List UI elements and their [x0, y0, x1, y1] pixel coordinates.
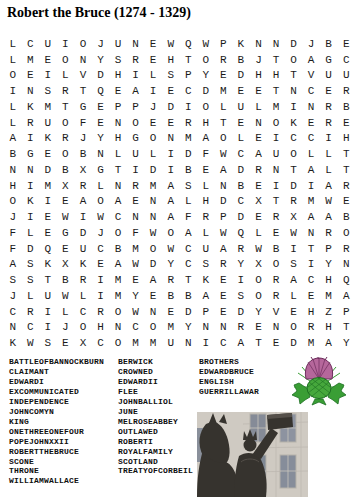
grid-cell: U [162, 335, 180, 351]
grid-cell: L [57, 68, 75, 84]
grid-cell: I [302, 257, 320, 273]
grid-cell: A [162, 194, 180, 210]
word-list-item: BATTLEOFBANNOCKBURN [9, 357, 104, 367]
grid-cell: R [337, 178, 354, 194]
grid-cell: N [4, 320, 22, 336]
grid-cell: A [232, 335, 250, 351]
grid-cell: E [57, 241, 75, 257]
grid-cell: P [320, 241, 338, 257]
grid-cell: E [57, 194, 75, 210]
grid-cell: F [179, 209, 197, 225]
grid-cell: V [74, 68, 92, 84]
grid-cell: Q [232, 225, 250, 241]
grid-cell: E [215, 304, 233, 320]
grid-cell: H [320, 320, 338, 336]
grid-cell: D [232, 162, 250, 178]
grid-cell: C [232, 194, 250, 210]
grid-cell: I [267, 131, 285, 147]
grid-cell: L [92, 178, 110, 194]
grid-cell: Y [162, 257, 180, 273]
grid-cell: N [215, 178, 233, 194]
grid-cell: O [144, 131, 162, 147]
grid-cell: E [197, 162, 215, 178]
grid-cell: B [179, 162, 197, 178]
grid-cell: M [109, 272, 127, 288]
grid-cell: N [267, 162, 285, 178]
grid-cell: N [22, 83, 40, 99]
grid-cell: W [250, 241, 268, 257]
grid-cell: S [39, 83, 57, 99]
grid-cell: R [320, 225, 338, 241]
grid-cell: I [179, 99, 197, 115]
grid-cell: T [109, 162, 127, 178]
grid-cell: T [57, 99, 75, 115]
grid-cell: H [250, 68, 268, 84]
grid-cell: D [92, 68, 110, 84]
grid-cell: L [4, 99, 22, 115]
grid-cell: U [39, 288, 57, 304]
grid-cell: W [215, 146, 233, 162]
word-list-item: ONETHREEONEFOUR [9, 427, 104, 437]
grid-cell: U [337, 68, 354, 84]
word-list-item: INDEPENDENCE [9, 397, 104, 407]
grid-cell: B [337, 99, 354, 115]
grid-cell: O [144, 320, 162, 336]
word-list-item: EDWARDBRUCE [199, 367, 259, 377]
grid-cell: T [337, 320, 354, 336]
grid-cell: A [74, 194, 92, 210]
grid-cell: A [215, 241, 233, 257]
grid-cell: F [197, 146, 215, 162]
grid-cell: L [302, 146, 320, 162]
grid-cell: L [232, 131, 250, 147]
grid-cell: W [197, 36, 215, 52]
grid-cell: D [197, 83, 215, 99]
grid-cell: K [39, 257, 57, 273]
grid-cell: B [109, 241, 127, 257]
grid-cell: N [267, 320, 285, 336]
grid-cell: Y [337, 335, 354, 351]
grid-cell: D [39, 162, 57, 178]
grid-cell: T [285, 162, 303, 178]
grid-cell: C [179, 257, 197, 273]
grid-cell: J [4, 209, 22, 225]
grid-cell: U [109, 36, 127, 52]
grid-cell: E [127, 194, 145, 210]
grid-cell: E [39, 146, 57, 162]
grid-cell: W [162, 36, 180, 52]
grid-cell: L [197, 178, 215, 194]
grid-cell: A [162, 178, 180, 194]
grid-cell: C [215, 335, 233, 351]
grid-cell: A [337, 288, 354, 304]
grid-cell: E [162, 83, 180, 99]
grid-cell: L [57, 304, 75, 320]
grid-cell: R [74, 272, 92, 288]
grid-cell: L [250, 225, 268, 241]
grid-cell: D [162, 99, 180, 115]
grid-cell: N [215, 320, 233, 336]
thistle-icon [292, 357, 346, 407]
grid-cell: C [337, 52, 354, 68]
grid-cell: K [285, 115, 303, 131]
thistle-bulb [307, 378, 331, 399]
grid-cell: H [162, 52, 180, 68]
grid-cell: K [197, 272, 215, 288]
grid-cell: I [57, 36, 75, 52]
grid-cell: O [285, 146, 303, 162]
grid-cell: O [250, 272, 268, 288]
grid-cell: L [22, 288, 40, 304]
grid-cell: A [162, 209, 180, 225]
grid-cell: N [267, 36, 285, 52]
grid-cell: E [302, 115, 320, 131]
grid-cell: I [285, 241, 303, 257]
grid-cell: E [285, 304, 303, 320]
grid-cell: F [127, 225, 145, 241]
grid-cell: Y [320, 257, 338, 273]
grid-cell: N [144, 209, 162, 225]
grid-cell: U [320, 68, 338, 84]
grid-cell: R [337, 83, 354, 99]
grid-cell: T [267, 83, 285, 99]
grid-cell: W [144, 225, 162, 241]
grid-cell: C [127, 320, 145, 336]
word-list-item: JUNE [118, 407, 193, 417]
grid-cell: G [92, 162, 110, 178]
grid-cell: C [109, 209, 127, 225]
grid-cell: C [92, 241, 110, 257]
grid-cell: R [127, 178, 145, 194]
grid-cell: Y [250, 304, 268, 320]
grid-cell: B [57, 162, 75, 178]
grid-cell: G [74, 99, 92, 115]
grid-cell: E [109, 83, 127, 99]
grid-cell: W [127, 304, 145, 320]
grid-cell: W [92, 209, 110, 225]
grid-cell: S [109, 52, 127, 68]
grid-cell: N [302, 99, 320, 115]
grid-cell: N [302, 225, 320, 241]
grid-cell: D [179, 146, 197, 162]
grid-cell: P [109, 99, 127, 115]
grid-cell: O [109, 225, 127, 241]
statue-photo [197, 412, 308, 497]
grid-cell: D [232, 68, 250, 84]
grid-cell: C [179, 241, 197, 257]
grid-cell: X [285, 209, 303, 225]
grid-cell: T [337, 162, 354, 178]
grid-cell: N [144, 194, 162, 210]
grid-cell: J [250, 52, 268, 68]
grid-cell: L [109, 146, 127, 162]
grid-cell: D [285, 178, 303, 194]
grid-cell: B [74, 146, 92, 162]
grid-cell: C [74, 304, 92, 320]
grid-cell: V [302, 68, 320, 84]
grid-cell: E [39, 209, 57, 225]
grid-cell: N [22, 162, 40, 178]
word-list-item: EDWARDI [9, 377, 104, 387]
grid-cell: Y [92, 52, 110, 68]
grid-cell: E [57, 335, 75, 351]
grid-cell: N [250, 36, 268, 52]
grid-cell: R [92, 304, 110, 320]
grid-cell: E [39, 52, 57, 68]
grid-cell: O [4, 68, 22, 84]
grid-cell: M [22, 52, 40, 68]
grid-cell: E [127, 272, 145, 288]
grid-cell: M [127, 241, 145, 257]
grid-cell: G [57, 225, 75, 241]
grid-cell: E [267, 335, 285, 351]
grid-cell: E [144, 115, 162, 131]
grid-cell: Y [197, 68, 215, 84]
thistle-flower [305, 357, 332, 379]
grid-cell: M [267, 99, 285, 115]
grid-cell: O [4, 194, 22, 210]
word-search-grid: LCUIOJUNEWQWPKNNDJBELMEONYSREHTORBJTOAGC… [4, 36, 354, 351]
grid-cell: B [232, 52, 250, 68]
grid-cell: O [267, 115, 285, 131]
grid-cell: J [74, 131, 92, 147]
grid-cell: N [144, 304, 162, 320]
grid-cell: C [4, 304, 22, 320]
grid-cell: X [57, 257, 75, 273]
grid-cell: A [197, 288, 215, 304]
grid-cell: B [4, 146, 22, 162]
grid-cell: L [320, 162, 338, 178]
grid-cell: O [74, 320, 92, 336]
grid-cell: D [74, 225, 92, 241]
grid-cell: A [197, 131, 215, 147]
grid-cell: A [320, 209, 338, 225]
grid-cell: I [92, 272, 110, 288]
grid-cell: W [320, 194, 338, 210]
grid-cell: B [267, 241, 285, 257]
grid-cell: J [92, 36, 110, 52]
grid-cell: A [320, 335, 338, 351]
grid-cell: S [22, 257, 40, 273]
grid-cell: T [179, 272, 197, 288]
grid-cell: R [337, 241, 354, 257]
grid-cell: E [250, 209, 268, 225]
grid-cell: E [162, 304, 180, 320]
grid-cell: R [57, 131, 75, 147]
grid-cell: W [127, 257, 145, 273]
grid-cell: I [39, 68, 57, 84]
grid-cell: K [232, 36, 250, 52]
grid-cell: L [144, 68, 162, 84]
grid-cell: N [127, 36, 145, 52]
grid-cell: H [302, 304, 320, 320]
grid-cell: J [302, 36, 320, 52]
word-list-item: SCONE [9, 457, 104, 467]
grid-cell: Q [179, 36, 197, 52]
grid-cell: N [4, 162, 22, 178]
grid-cell: T [74, 83, 92, 99]
word-list-item: CLAIMANT [9, 367, 104, 377]
grid-cell: L [285, 288, 303, 304]
grid-cell: E [232, 115, 250, 131]
grid-cell: W [215, 225, 233, 241]
grid-cell: X [74, 162, 92, 178]
grid-cell: R [215, 52, 233, 68]
grid-cell: K [22, 99, 40, 115]
grid-cell: B [320, 36, 338, 52]
grid-cell: O [337, 225, 354, 241]
word-list-item: TREATYOFCORBEIL [118, 466, 193, 476]
grid-cell: A [4, 257, 22, 273]
word-list-item: GUERRILLAWAR [199, 387, 259, 397]
grid-cell: G [127, 131, 145, 147]
grid-cell: F [4, 225, 22, 241]
grid-cell: P [215, 209, 233, 225]
grid-cell: A [285, 272, 303, 288]
grid-cell: R [57, 83, 75, 99]
grid-cell: S [285, 257, 303, 273]
grid-cell: U [232, 99, 250, 115]
grid-cell: O [285, 52, 303, 68]
grid-cell: E [232, 83, 250, 99]
grid-cell: C [302, 272, 320, 288]
grid-cell: M [179, 131, 197, 147]
grid-cell: E [92, 257, 110, 273]
grid-cell: E [250, 83, 268, 99]
grid-cell: M [39, 99, 57, 115]
grid-cell: I [285, 99, 303, 115]
grid-cell: G [22, 146, 40, 162]
grid-cell: M [162, 320, 180, 336]
grid-cell: X [250, 194, 268, 210]
grid-cell: I [232, 272, 250, 288]
grid-cell: C [232, 146, 250, 162]
grid-cell: H [337, 131, 354, 147]
grid-cell: N [285, 83, 303, 99]
grid-cell: I [127, 68, 145, 84]
grid-cell: L [74, 288, 92, 304]
grid-cell: L [144, 146, 162, 162]
grid-cell: E [162, 115, 180, 131]
grid-cell: W [57, 288, 75, 304]
word-list-item: ROBERTI [118, 437, 193, 447]
grid-cell: L [215, 99, 233, 115]
grid-cell: P [215, 36, 233, 52]
word-list-item: CROWNED [118, 367, 193, 377]
grid-cell: A [179, 225, 197, 241]
grid-cell: E [302, 288, 320, 304]
grid-cell: E [39, 225, 57, 241]
grid-cell: B [232, 178, 250, 194]
grid-cell: O [285, 320, 303, 336]
grid-cell: J [92, 225, 110, 241]
grid-cell: A [109, 194, 127, 210]
word-list-column: BATTLEOFBANNOCKBURNCLAIMANTEDWARDIEXCOMM… [9, 357, 104, 486]
word-list-item: BERWICK [118, 357, 193, 367]
grid-cell: M [39, 178, 57, 194]
grid-cell: R [197, 209, 215, 225]
grid-cell: D [232, 304, 250, 320]
word-list-item: ENGLISH [199, 377, 259, 387]
grid-cell: H [4, 178, 22, 194]
grid-cell: R [320, 115, 338, 131]
grid-cell: E [92, 99, 110, 115]
grid-cell: M [302, 335, 320, 351]
grid-cell: N [250, 115, 268, 131]
grid-cell: D [215, 194, 233, 210]
grid-cell: Z [320, 304, 338, 320]
grid-cell: U [39, 36, 57, 52]
grid-cell: N [109, 320, 127, 336]
grid-cell: L [4, 36, 22, 52]
grid-cell: T [267, 194, 285, 210]
grid-cell: H [267, 68, 285, 84]
grid-cell: H [92, 320, 110, 336]
grid-cell: O [57, 115, 75, 131]
grid-cell: N [162, 131, 180, 147]
grid-cell: J [57, 320, 75, 336]
grid-cell: Q [337, 272, 354, 288]
grid-cell: I [92, 288, 110, 304]
grid-cell: E [144, 52, 162, 68]
grid-cell: T [267, 52, 285, 68]
grid-cell: O [57, 146, 75, 162]
grid-cell: P [337, 304, 354, 320]
word-list-item: WILLIAMWALLACE [9, 476, 104, 486]
grid-cell: R [267, 209, 285, 225]
grid-cell: A [250, 146, 268, 162]
grid-cell: U [267, 146, 285, 162]
grid-cell: I [22, 209, 40, 225]
grid-cell: E [250, 320, 268, 336]
grid-cell: X [250, 257, 268, 273]
grid-cell: H [109, 131, 127, 147]
grid-cell: O [57, 52, 75, 68]
grid-cell: Y [127, 288, 145, 304]
grid-cell: W [22, 335, 40, 351]
grid-cell: E [320, 83, 338, 99]
grid-cell: O [127, 115, 145, 131]
grid-cell: O [109, 335, 127, 351]
grid-cell: B [162, 288, 180, 304]
grid-cell: E [215, 288, 233, 304]
grid-cell: I [144, 83, 162, 99]
grid-cell: Y [179, 320, 197, 336]
grid-cell: I [162, 162, 180, 178]
grid-cell: R [267, 272, 285, 288]
grid-cell: M [109, 288, 127, 304]
grid-cell: R [250, 162, 268, 178]
grid-cell: O [215, 131, 233, 147]
grid-cell: I [39, 194, 57, 210]
grid-cell: I [302, 178, 320, 194]
word-list-item: OUTLAWED [118, 427, 193, 437]
grid-cell: O [250, 288, 268, 304]
grid-cell: K [22, 194, 40, 210]
grid-cell: T [337, 146, 354, 162]
grid-cell: Y [232, 257, 250, 273]
grid-cell: I [22, 178, 40, 194]
grid-cell: A [215, 162, 233, 178]
grid-cell: V [267, 304, 285, 320]
grid-cell: K [39, 131, 57, 147]
grid-cell: M [320, 288, 338, 304]
grid-cell: N [197, 320, 215, 336]
grid-cell: E [215, 68, 233, 84]
grid-cell: F [4, 241, 22, 257]
grid-cell: E [250, 131, 268, 147]
grid-cell: S [197, 257, 215, 273]
